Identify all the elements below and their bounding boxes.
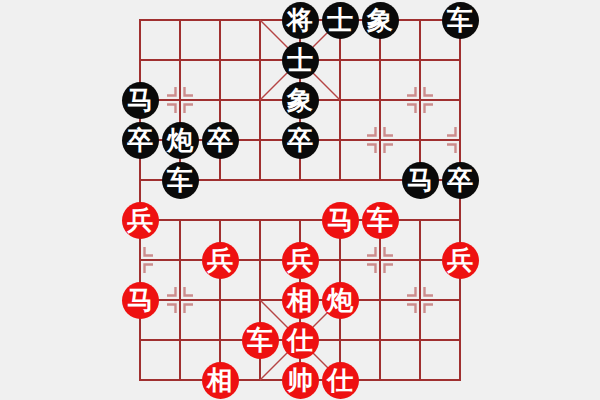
piece-glyph: 象 [362, 2, 399, 39]
piece-red-horse[interactable]: 马 [120, 280, 160, 320]
piece-glyph: 马 [402, 162, 439, 199]
piece-glyph: 卒 [202, 122, 239, 159]
piece-red-cannon[interactable]: 炮 [320, 280, 360, 320]
piece-glyph: 兵 [202, 242, 239, 279]
piece-glyph: 兵 [122, 202, 159, 239]
piece-red-soldier[interactable]: 兵 [200, 240, 240, 280]
piece-black-horse[interactable]: 马 [120, 80, 160, 120]
piece-glyph: 帅 [282, 362, 319, 399]
piece-glyph: 车 [442, 2, 479, 39]
piece-glyph: 马 [122, 82, 159, 119]
piece-black-general[interactable]: 将 [280, 0, 320, 40]
piece-glyph: 卒 [122, 122, 159, 159]
piece-black-horse[interactable]: 马 [400, 160, 440, 200]
piece-red-advisor[interactable]: 仕 [280, 320, 320, 360]
piece-red-soldier[interactable]: 兵 [120, 200, 160, 240]
piece-glyph: 车 [362, 202, 399, 239]
piece-black-cannon[interactable]: 炮 [160, 120, 200, 160]
piece-glyph: 仕 [282, 322, 319, 359]
piece-black-advisor[interactable]: 士 [320, 0, 360, 40]
piece-glyph: 炮 [162, 122, 199, 159]
piece-glyph: 将 [282, 2, 319, 39]
piece-glyph: 卒 [282, 122, 319, 159]
piece-glyph: 相 [202, 362, 239, 399]
piece-glyph: 仕 [322, 362, 359, 399]
piece-red-advisor[interactable]: 仕 [320, 360, 360, 400]
piece-glyph: 兵 [442, 242, 479, 279]
piece-glyph: 车 [162, 162, 199, 199]
piece-red-chariot[interactable]: 车 [360, 200, 400, 240]
piece-glyph: 士 [322, 2, 359, 39]
piece-black-soldier[interactable]: 卒 [280, 120, 320, 160]
xiangqi-app: 将士象车士马象卒炮卒卒车马卒兵马车兵兵兵马相炮车仕相帅仕 [0, 0, 600, 400]
piece-black-chariot[interactable]: 车 [440, 0, 480, 40]
piece-black-advisor[interactable]: 士 [280, 40, 320, 80]
piece-black-elephant[interactable]: 象 [280, 80, 320, 120]
piece-red-soldier[interactable]: 兵 [280, 240, 320, 280]
piece-glyph: 马 [122, 282, 159, 319]
piece-black-soldier[interactable]: 卒 [440, 160, 480, 200]
piece-red-elephant[interactable]: 相 [280, 280, 320, 320]
piece-red-elephant[interactable]: 相 [200, 360, 240, 400]
piece-red-chariot[interactable]: 车 [240, 320, 280, 360]
piece-black-soldier[interactable]: 卒 [200, 120, 240, 160]
piece-black-soldier[interactable]: 卒 [120, 120, 160, 160]
piece-black-chariot[interactable]: 车 [160, 160, 200, 200]
piece-glyph: 兵 [282, 242, 319, 279]
piece-red-soldier[interactable]: 兵 [440, 240, 480, 280]
piece-glyph: 马 [322, 202, 359, 239]
piece-glyph: 象 [282, 82, 319, 119]
piece-glyph: 炮 [322, 282, 359, 319]
piece-glyph: 士 [282, 42, 319, 79]
board-intersections[interactable]: 将士象车士马象卒炮卒卒车马卒兵马车兵兵兵马相炮车仕相帅仕 [120, 0, 480, 400]
piece-glyph: 车 [242, 322, 279, 359]
piece-glyph: 卒 [442, 162, 479, 199]
piece-red-horse[interactable]: 马 [320, 200, 360, 240]
piece-red-general[interactable]: 帅 [280, 360, 320, 400]
piece-black-elephant[interactable]: 象 [360, 0, 400, 40]
piece-glyph: 相 [282, 282, 319, 319]
